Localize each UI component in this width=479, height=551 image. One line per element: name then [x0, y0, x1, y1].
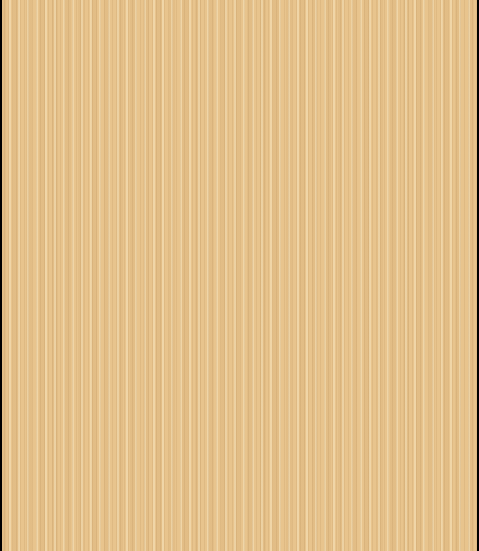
- xiangqi-board-screen: [0, 0, 479, 551]
- board-intersection-grid: [4, 19, 472, 529]
